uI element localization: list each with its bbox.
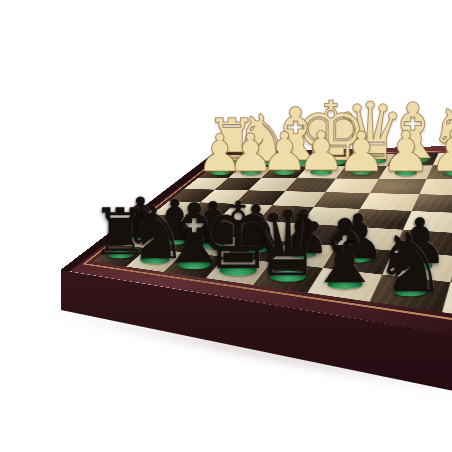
piece-white-pawn-c2: ♟ (381, 124, 431, 180)
piece-white-pawn-b2: ♟ (429, 123, 452, 180)
piece-white-pawn-h2: ♟ (196, 128, 242, 180)
pieces-layer: ♜♞♝♛♚♝♞♜♟♟♟♟♟♟♟♟♟♟♟♟♟♟♟♟♜♞♝♛♚♝♞♜ (0, 0, 452, 452)
piece-black-bishop-c8: ♝ (305, 208, 384, 296)
chessboard-photo: ♜♞♝♛♚♝♞♜♟♟♟♟♟♟♟♟♟♟♟♟♟♟♟♟♜♞♝♛♚♝♞♜ (0, 0, 452, 452)
piece-black-knight-b8: ♞ (373, 222, 446, 304)
